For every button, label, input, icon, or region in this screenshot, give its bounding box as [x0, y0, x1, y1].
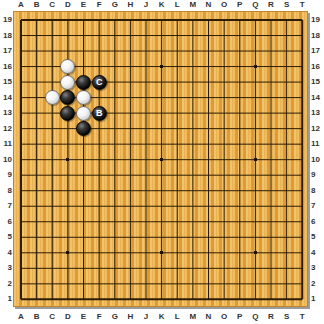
coordinate-label-bottom: A — [13, 312, 29, 322]
coordinate-label-top: G — [107, 0, 123, 10]
star-point — [254, 65, 257, 68]
coordinate-label-left: 4 — [0, 248, 12, 258]
coordinate-label-left: 6 — [0, 217, 12, 227]
coordinate-label-right: 18 — [311, 31, 324, 41]
coordinate-label-bottom: J — [138, 312, 154, 322]
coordinate-label-left: 12 — [0, 124, 12, 134]
coordinate-label-right: 1 — [311, 294, 324, 304]
coordinate-label-bottom: K — [154, 312, 170, 322]
coordinate-label-top: D — [60, 0, 76, 10]
coordinate-label-right: 19 — [311, 15, 324, 25]
coordinate-label-right: 2 — [311, 279, 324, 289]
coordinate-label-left: 18 — [0, 31, 12, 41]
stone-white-E13[interactable] — [76, 106, 91, 121]
coordinate-label-bottom: S — [279, 312, 295, 322]
coordinate-label-top: L — [169, 0, 185, 10]
coordinate-label-left: 5 — [0, 232, 12, 242]
coordinate-label-left: 14 — [0, 93, 12, 103]
coordinate-label-top: C — [44, 0, 60, 10]
coordinate-label-left: 1 — [0, 294, 12, 304]
star-point — [160, 251, 163, 254]
coordinate-label-top: R — [263, 0, 279, 10]
star-point — [160, 65, 163, 68]
stone-black-E15[interactable] — [76, 75, 91, 90]
coordinate-label-top: P — [232, 0, 248, 10]
coordinate-label-bottom: R — [263, 312, 279, 322]
coordinate-label-right: 7 — [311, 201, 324, 211]
coordinate-label-right: 10 — [311, 155, 324, 165]
coordinate-label-left: 8 — [0, 186, 12, 196]
coordinate-label-left: 19 — [0, 15, 12, 25]
coordinate-label-right: 6 — [311, 217, 324, 227]
coordinate-label-right: 8 — [311, 186, 324, 196]
coordinate-label-left: 16 — [0, 62, 12, 72]
coordinate-label-top: T — [294, 0, 310, 10]
coordinate-label-left: 13 — [0, 108, 12, 118]
stone-white-D15[interactable] — [60, 75, 75, 90]
coordinate-label-bottom: C — [44, 312, 60, 322]
coordinate-label-bottom: L — [169, 312, 185, 322]
go-board-diagram: AABBCCDDEEFFGGHHJJKKLLMMNNOOPPQQRRSSTT19… — [0, 0, 324, 324]
coordinate-label-left: 7 — [0, 201, 12, 211]
stone-label-C: C — [93, 76, 106, 89]
coordinate-label-left: 2 — [0, 279, 12, 289]
stone-black-F13[interactable]: B — [92, 106, 107, 121]
coordinate-label-left: 11 — [0, 139, 12, 149]
coordinate-label-top: J — [138, 0, 154, 10]
coordinate-label-bottom: F — [91, 312, 107, 322]
coordinate-label-right: 17 — [311, 46, 324, 56]
coordinate-label-bottom: E — [76, 312, 92, 322]
coordinate-label-top: M — [185, 0, 201, 10]
coordinate-label-right: 9 — [311, 170, 324, 180]
coordinate-label-top: E — [76, 0, 92, 10]
coordinate-label-right: 5 — [311, 232, 324, 242]
stone-black-D13[interactable] — [60, 106, 75, 121]
coordinate-label-left: 17 — [0, 46, 12, 56]
star-point — [254, 158, 257, 161]
coordinate-label-bottom: B — [29, 312, 45, 322]
coordinate-label-top: N — [201, 0, 217, 10]
coordinate-label-right: 12 — [311, 124, 324, 134]
coordinate-label-bottom: M — [185, 312, 201, 322]
star-point — [160, 158, 163, 161]
coordinate-label-top: Q — [247, 0, 263, 10]
coordinate-label-left: 10 — [0, 155, 12, 165]
coordinate-label-left: 15 — [0, 77, 12, 87]
coordinate-label-top: O — [216, 0, 232, 10]
coordinate-label-bottom: N — [201, 312, 217, 322]
coordinate-label-top: F — [91, 0, 107, 10]
coordinate-label-bottom: G — [107, 312, 123, 322]
coordinate-label-right: 11 — [311, 139, 324, 149]
coordinate-label-right: 4 — [311, 248, 324, 258]
star-point — [66, 158, 69, 161]
coordinate-label-bottom: H — [122, 312, 138, 322]
coordinate-label-top: K — [154, 0, 170, 10]
stone-black-F15[interactable]: C — [92, 75, 107, 90]
stone-white-E14[interactable] — [76, 90, 91, 105]
coordinate-label-bottom: Q — [247, 312, 263, 322]
coordinate-label-right: 14 — [311, 93, 324, 103]
coordinate-label-bottom: T — [294, 312, 310, 322]
coordinate-label-right: 3 — [311, 263, 324, 273]
star-point — [66, 251, 69, 254]
coordinate-label-right: 16 — [311, 62, 324, 72]
coordinate-label-top: S — [279, 0, 295, 10]
coordinate-label-right: 15 — [311, 77, 324, 87]
coordinate-label-bottom: D — [60, 312, 76, 322]
coordinate-label-top: B — [29, 0, 45, 10]
coordinate-label-bottom: O — [216, 312, 232, 322]
stone-label-B: B — [93, 107, 106, 120]
coordinate-label-left: 9 — [0, 170, 12, 180]
coordinate-label-left: 3 — [0, 263, 12, 273]
coordinate-label-bottom: P — [232, 312, 248, 322]
coordinate-label-top: H — [122, 0, 138, 10]
star-point — [254, 251, 257, 254]
coordinate-label-top: A — [13, 0, 29, 10]
stone-white-C14[interactable] — [45, 90, 60, 105]
coordinate-label-right: 13 — [311, 108, 324, 118]
